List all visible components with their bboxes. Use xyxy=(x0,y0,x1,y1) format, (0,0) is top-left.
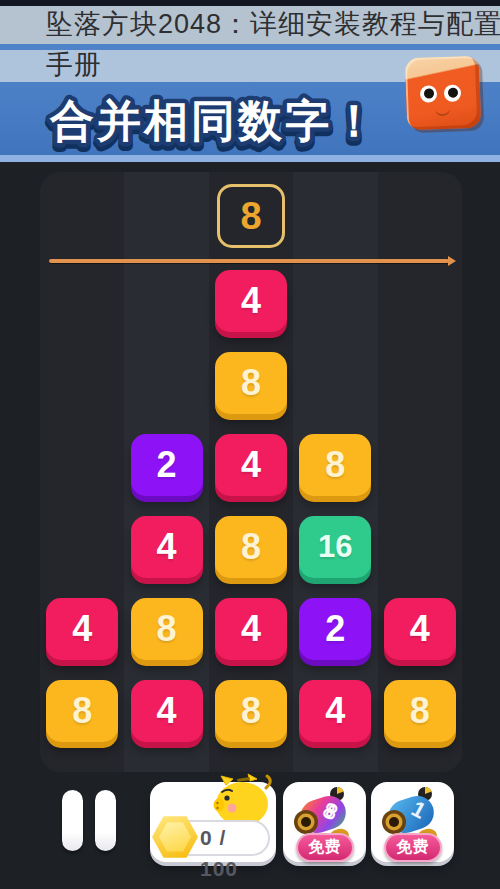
mascot-eye-icon xyxy=(444,84,462,102)
piggy-bank-button[interactable]: 0 / 100 xyxy=(150,782,276,862)
pause-icon xyxy=(95,790,116,851)
board-cell: 8 xyxy=(46,680,118,742)
orange-block-mascot-icon xyxy=(405,56,481,131)
pause-button[interactable] xyxy=(62,790,118,852)
svg-text:合并相同数字！: 合并相同数字！ xyxy=(49,96,379,145)
tile-grid: 4 8 2 4 8 4 8 16 4 8 4 2 4 8 4 8 4 xyxy=(40,268,462,760)
game-screen: 坠落方块2048：详细安装教程与配置说明 手册 合并相同数字！ 合并相同数字！ … xyxy=(0,0,500,889)
board-cell: 4 xyxy=(215,598,287,660)
board-cell: 4 xyxy=(215,270,287,332)
banner-bottom-edge xyxy=(0,155,500,162)
page-title-line1: 坠落方块2048：详细安装教程与配置说明 xyxy=(0,6,500,44)
board-cell: 4 xyxy=(299,680,371,742)
mascot-eye-icon xyxy=(420,85,438,103)
board-cell: 8 xyxy=(215,516,287,578)
board-cell: 8 xyxy=(299,434,371,496)
blue-cannon-booster-button[interactable]: 1 免费 xyxy=(371,782,454,862)
mascot-smile-icon xyxy=(434,105,450,117)
board-cell: 4 xyxy=(131,680,203,742)
board-cell: 8 xyxy=(131,598,203,660)
banner: 坠落方块2048：详细安装教程与配置说明 手册 合并相同数字！ 合并相同数字！ xyxy=(0,0,500,162)
next-tile-preview: 8 xyxy=(217,184,285,248)
game-board[interactable]: 8 4 8 2 4 8 4 8 16 4 8 4 2 4 xyxy=(40,172,462,772)
board-cell: 8 xyxy=(384,680,456,742)
coin-progress-value: 0 / 100 xyxy=(200,822,268,854)
coin-progress-pill: 0 / 100 xyxy=(158,820,270,856)
board-cell: 2 xyxy=(131,434,203,496)
banner-headline: 合并相同数字！ 合并相同数字！ xyxy=(44,78,404,154)
board-cell: 4 xyxy=(384,598,456,660)
board-cell: 2 xyxy=(299,598,371,660)
free-badge: 免费 xyxy=(384,833,442,862)
drop-line xyxy=(49,259,449,263)
board-cell: 4 xyxy=(215,434,287,496)
rainbow-cannon-booster-button[interactable]: 8 免费 xyxy=(283,782,366,862)
board-cell: 4 xyxy=(131,516,203,578)
board-cell: 4 xyxy=(46,598,118,660)
board-cell: 16 xyxy=(299,516,371,578)
board-cell: 8 xyxy=(215,352,287,414)
free-badge: 免费 xyxy=(296,833,354,862)
page-title-text: 坠落方块2048：详细安装教程与配置说明 xyxy=(46,6,500,42)
pause-icon xyxy=(62,790,83,851)
board-cell: 8 xyxy=(215,680,287,742)
gold-coin-icon xyxy=(152,814,198,860)
